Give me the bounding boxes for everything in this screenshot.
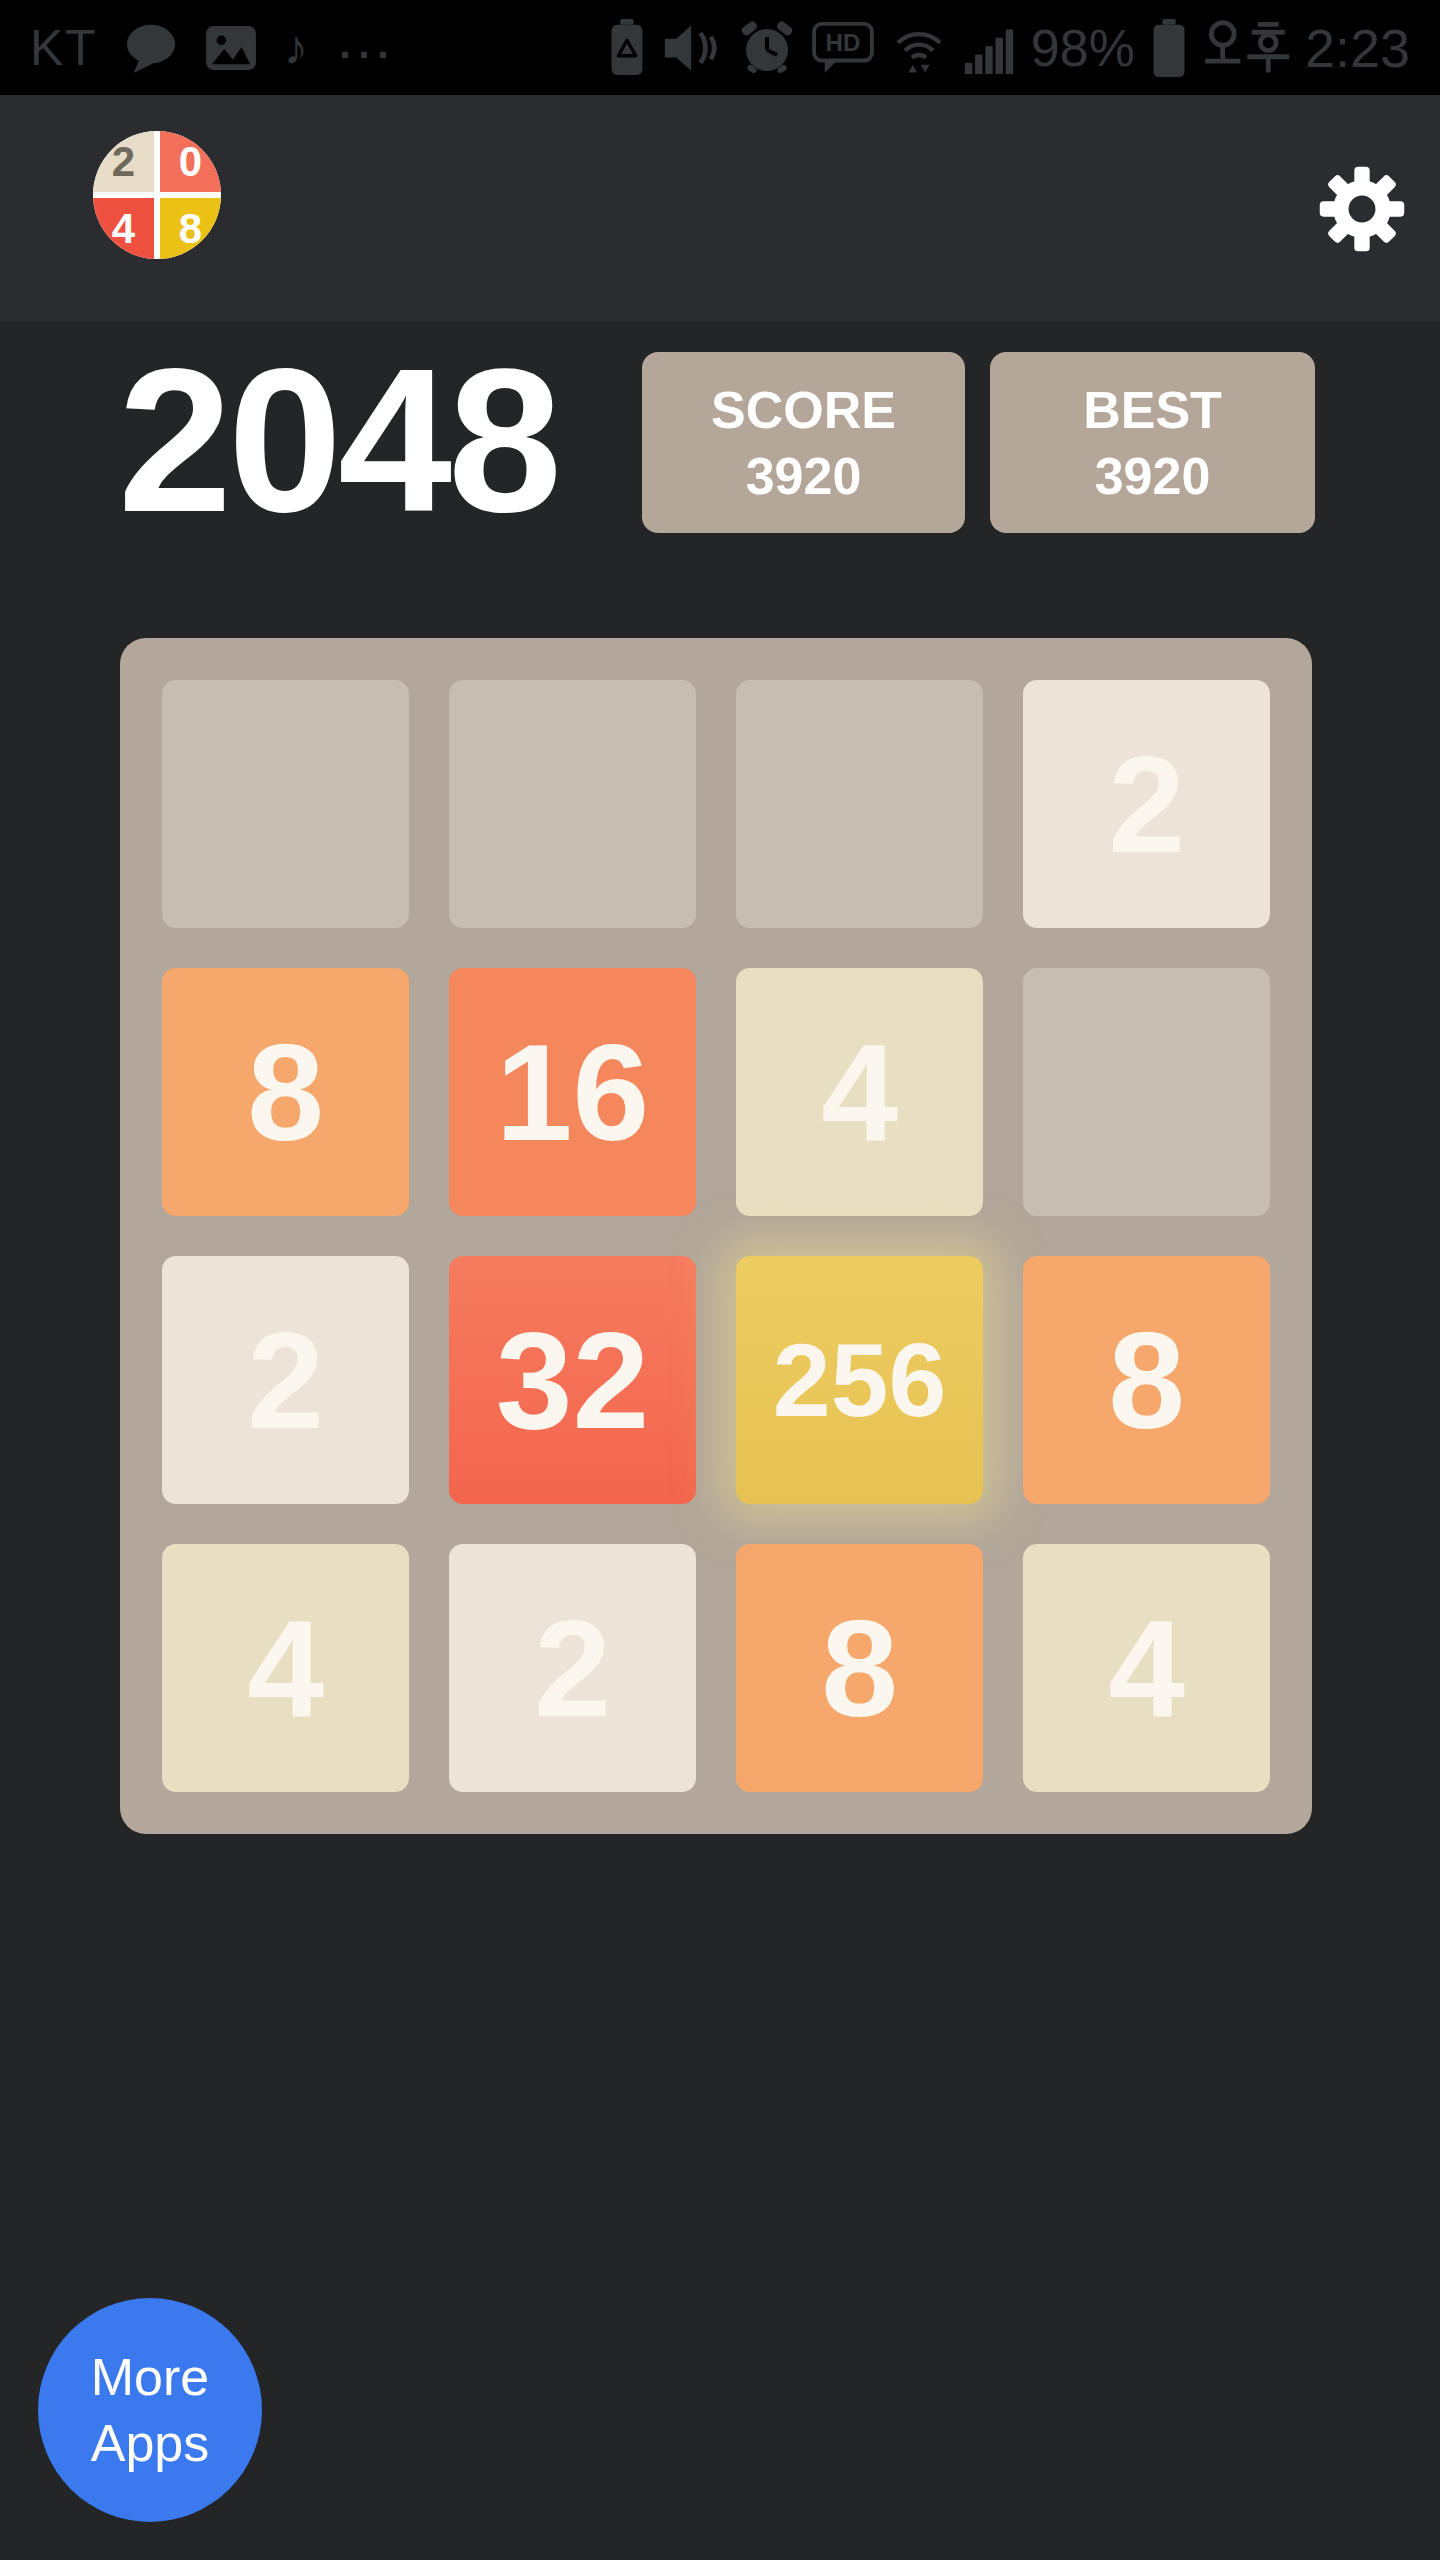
phone-screen: KT ♪ … [0, 0, 1440, 2560]
clock-label: 2:23 [1305, 17, 1410, 79]
hd-voice-icon: HD [811, 21, 875, 75]
tile-2: 2 [162, 1256, 409, 1504]
best-box: BEST 3920 [990, 352, 1315, 533]
empty-cell [449, 680, 696, 928]
mute-vibrate-icon [663, 21, 723, 75]
app-header: 2 0 4 8 [0, 95, 1440, 322]
battery-percent-label: 98% [1031, 18, 1135, 78]
status-bar[interactable]: KT ♪ … [0, 0, 1440, 95]
tile-4: 4 [162, 1544, 409, 1792]
tile-8: 8 [1023, 1256, 1270, 1504]
empty-cell [1023, 968, 1270, 1216]
app-icon-quadrant: 4 [93, 198, 154, 259]
battery-recycle-icon [607, 19, 647, 77]
settings-gear-icon[interactable] [1314, 161, 1410, 257]
tile-8: 8 [736, 1544, 983, 1792]
best-value: 3920 [1095, 443, 1211, 509]
gallery-icon [204, 24, 258, 72]
carrier-label: KT [30, 19, 98, 77]
empty-cell [736, 680, 983, 928]
status-bar-right: HD 98% [607, 17, 1410, 79]
tile-2: 2 [1023, 680, 1270, 928]
status-bar-left: KT ♪ … [30, 19, 394, 77]
tile-256: 256 [736, 1256, 983, 1504]
app-icon-quadrant: 2 [93, 131, 154, 192]
hd-label: HD [825, 28, 860, 55]
tile-32: 32 [449, 1256, 696, 1504]
score-box: SCORE 3920 [642, 352, 965, 533]
tile-16: 16 [449, 968, 696, 1216]
tile-8: 8 [162, 968, 409, 1216]
kakaotalk-bubble-icon [124, 22, 178, 74]
battery-full-icon [1151, 19, 1187, 77]
signal-strength-icon [963, 21, 1015, 75]
score-value: 3920 [746, 443, 862, 509]
more-notifications-icon: … [334, 23, 394, 53]
score-label: SCORE [711, 377, 896, 443]
alarm-icon [739, 20, 795, 76]
more-apps-label-line1: More [91, 2344, 209, 2410]
ampm-ohu-label [1203, 20, 1295, 76]
tile-4: 4 [1023, 1544, 1270, 1792]
app-2048-icon: 2 0 4 8 [93, 131, 221, 259]
page-title: 2048 [118, 337, 558, 542]
app-icon-quadrant: 0 [160, 131, 221, 192]
wifi-updown-icon [891, 20, 947, 76]
best-label: BEST [1083, 377, 1222, 443]
tile-2: 2 [449, 1544, 696, 1792]
tile-4: 4 [736, 968, 983, 1216]
empty-cell [162, 680, 409, 928]
app-icon-quadrant: 8 [160, 198, 221, 259]
music-note-icon: ♪ [284, 24, 308, 72]
more-apps-label-line2: Apps [91, 2410, 210, 2476]
more-apps-button[interactable]: More Apps [38, 2298, 262, 2522]
game-board[interactable]: 2 8 16 4 2 32 256 8 4 2 8 4 [120, 638, 1312, 1834]
